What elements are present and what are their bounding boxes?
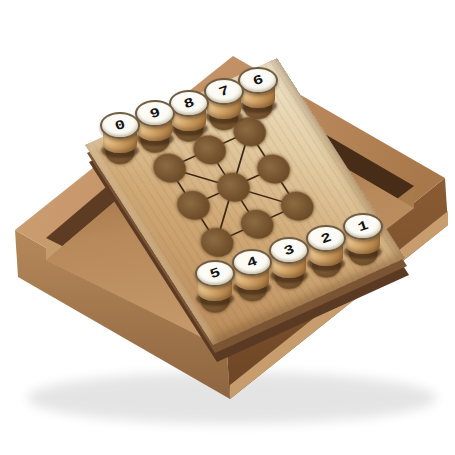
peg-digit: 7: [217, 84, 231, 100]
peg-cap: 8: [169, 90, 209, 117]
board-point-r1c2[interactable]: [250, 149, 295, 188]
peg-4[interactable]: 4: [232, 249, 272, 295]
peg-3[interactable]: 3: [269, 237, 309, 283]
peg-cap: 2: [306, 225, 346, 252]
peg-2[interactable]: 2: [306, 225, 346, 271]
board-point-r2c2[interactable]: [274, 186, 319, 225]
peg-cap: 0: [100, 112, 140, 139]
peg-cap: 4: [232, 249, 272, 276]
peg-0[interactable]: 0: [100, 112, 140, 158]
product-photo-wooden-peg-game: 6 7 8 9 0 1 2 3 4 5: [0, 0, 455, 455]
peg-cap: 6: [238, 67, 278, 94]
peg-6[interactable]: 6: [238, 67, 278, 113]
board-point-r1c0[interactable]: [170, 186, 215, 225]
peg-5[interactable]: 5: [195, 260, 235, 306]
peg-7[interactable]: 7: [204, 78, 244, 124]
peg-cap: 3: [269, 237, 309, 264]
peg-digit: 3: [282, 243, 296, 259]
peg-1[interactable]: 1: [343, 213, 383, 259]
board-point-r0c0[interactable]: [146, 148, 191, 187]
peg-digit: 4: [245, 255, 259, 271]
peg-digit: 0: [113, 118, 127, 134]
peg-cap: 5: [195, 260, 235, 287]
peg-8[interactable]: 8: [169, 90, 209, 136]
peg-digit: 9: [148, 106, 162, 122]
peg-cap: 7: [204, 78, 244, 105]
peg-cap: 9: [135, 100, 175, 127]
peg-digit: 5: [208, 266, 222, 282]
peg-9[interactable]: 9: [135, 100, 175, 146]
board-point-r1c1[interactable]: [210, 167, 255, 206]
peg-digit: 8: [182, 96, 196, 112]
peg-digit: 2: [319, 231, 333, 247]
peg-digit: 6: [251, 73, 265, 89]
peg-digit: 1: [356, 219, 370, 235]
peg-cap: 1: [343, 213, 383, 240]
